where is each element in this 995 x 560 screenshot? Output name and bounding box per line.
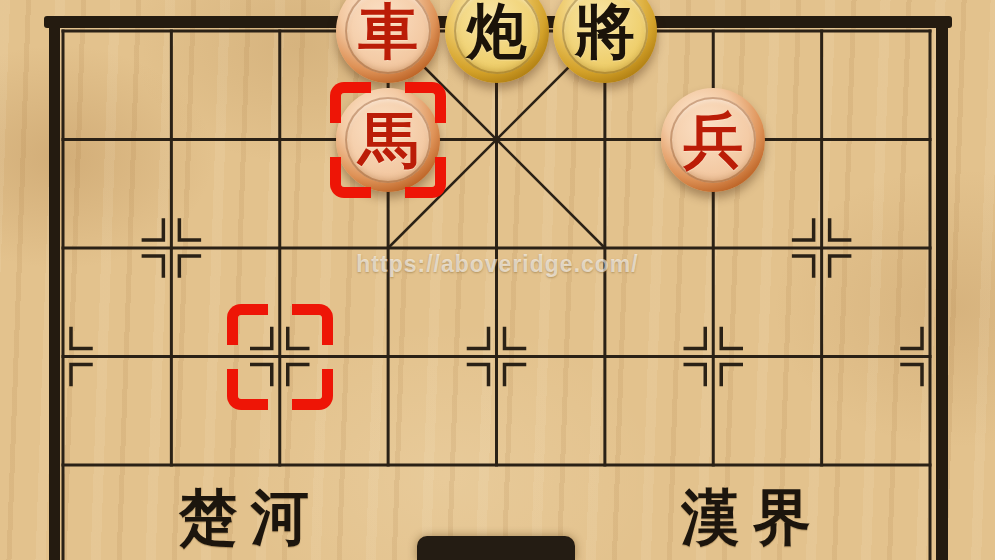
piece-face-black-general: 將 [562,0,648,74]
piece-face-red-chariot: 車 [345,0,431,74]
piece-face-red-soldier: 兵 [670,97,756,183]
piece-glyph-red-horse: 馬 [358,111,418,171]
xiangqi-screen: 楚河 漢界 車炮將馬兵 https://aboveridge.com/ [0,0,995,560]
piece-face-red-horse: 馬 [345,97,431,183]
river-label-han: 漢界 [656,486,836,550]
piece-red-horse[interactable]: 馬 [336,88,440,192]
bottom-tray [417,536,575,560]
piece-glyph-black-cannon: 炮 [467,2,527,62]
piece-glyph-red-chariot: 車 [358,2,418,62]
piece-glyph-black-general: 將 [575,2,635,62]
piece-face-black-cannon: 炮 [454,0,540,74]
board-grid[interactable] [0,0,995,560]
piece-glyph-red-soldier: 兵 [683,111,743,171]
board-frame-left [49,16,60,560]
board-frame-right [936,16,948,560]
river-label-chu: 楚河 [154,486,334,550]
piece-red-soldier[interactable]: 兵 [661,88,765,192]
